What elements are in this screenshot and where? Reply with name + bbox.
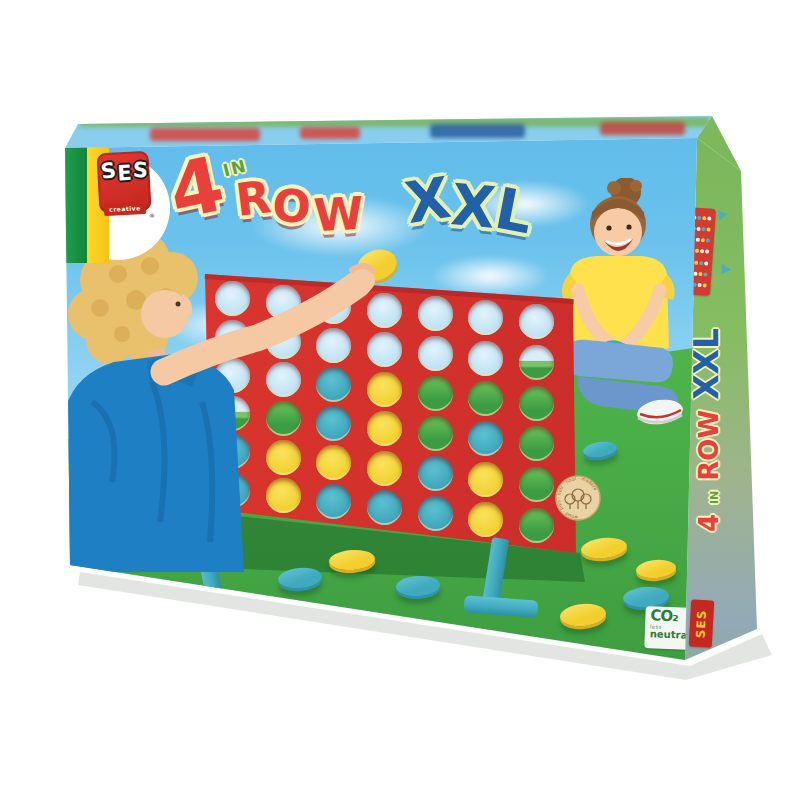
mini-board-dot	[707, 227, 711, 231]
cell-c7r2-empty	[519, 345, 554, 380]
side-panel-title: 4 IN ROW XXL	[690, 290, 746, 570]
mini-board-dot	[705, 250, 709, 254]
side-ses-logo-text: SES	[694, 609, 709, 638]
mini-board-dot	[696, 227, 700, 231]
side-title-in: IN	[709, 491, 720, 504]
cell-c5r3-empty	[418, 376, 453, 411]
mini-board-dot	[698, 283, 702, 287]
mini-board-dot	[702, 216, 706, 220]
mini-board-dot	[698, 272, 702, 276]
ses-logo-green-bar	[65, 147, 87, 263]
mini-board-dot	[694, 260, 698, 264]
mini-board-dot	[697, 215, 701, 219]
side-title-xxl: XXL	[690, 328, 723, 400]
ses-logo-sub: creative	[104, 202, 147, 216]
cell-c5r5-teal-disc	[418, 456, 453, 491]
mini-board-dot	[708, 216, 712, 220]
cell-c6r5-yellow-disc	[468, 462, 503, 497]
cell-c7r1-empty	[519, 304, 554, 339]
mini-board-dot	[702, 227, 706, 231]
mini-board-dot	[701, 238, 705, 242]
side-ses-logo: SES	[689, 599, 714, 647]
cell-c5r4-empty	[418, 416, 453, 451]
side-title-row: ROW	[696, 410, 722, 481]
title-xxl: XXL	[406, 172, 536, 229]
mini-board-dot	[703, 284, 707, 288]
top-strip-print-red3	[600, 122, 685, 135]
mini-board-dot	[695, 249, 699, 253]
ses-logo-text: SES	[100, 159, 149, 185]
top-strip-print-red2	[300, 127, 360, 139]
mini-board-dot	[706, 239, 710, 243]
wood-badge: wood · bois · holz · hout · madera	[555, 475, 601, 521]
cell-c5r1-empty	[418, 296, 453, 331]
mini-board-dot	[704, 272, 708, 276]
cell-c6r2-empty	[468, 341, 503, 376]
top-strip-print-red	[150, 128, 260, 141]
registered-mark: ®	[149, 212, 155, 219]
cell-c7r6-empty	[519, 508, 554, 543]
side-title-4: 4	[696, 514, 722, 532]
mini-board-dot	[699, 261, 703, 265]
title-row: ROW	[236, 176, 365, 221]
boy-figure	[52, 222, 382, 572]
box-art-photo: 4 IN ROW XXL SES	[0, 0, 800, 800]
mini-board-dot	[700, 250, 704, 254]
cell-c7r3-empty	[519, 386, 554, 421]
top-strip-print-blue	[430, 124, 525, 138]
cell-c5r2-empty	[418, 336, 453, 371]
cell-c5r6-teal-disc	[418, 496, 453, 531]
board-left-support-foot	[155, 609, 254, 635]
mini-board-dot	[696, 238, 700, 242]
mini-board-dot	[704, 261, 708, 265]
